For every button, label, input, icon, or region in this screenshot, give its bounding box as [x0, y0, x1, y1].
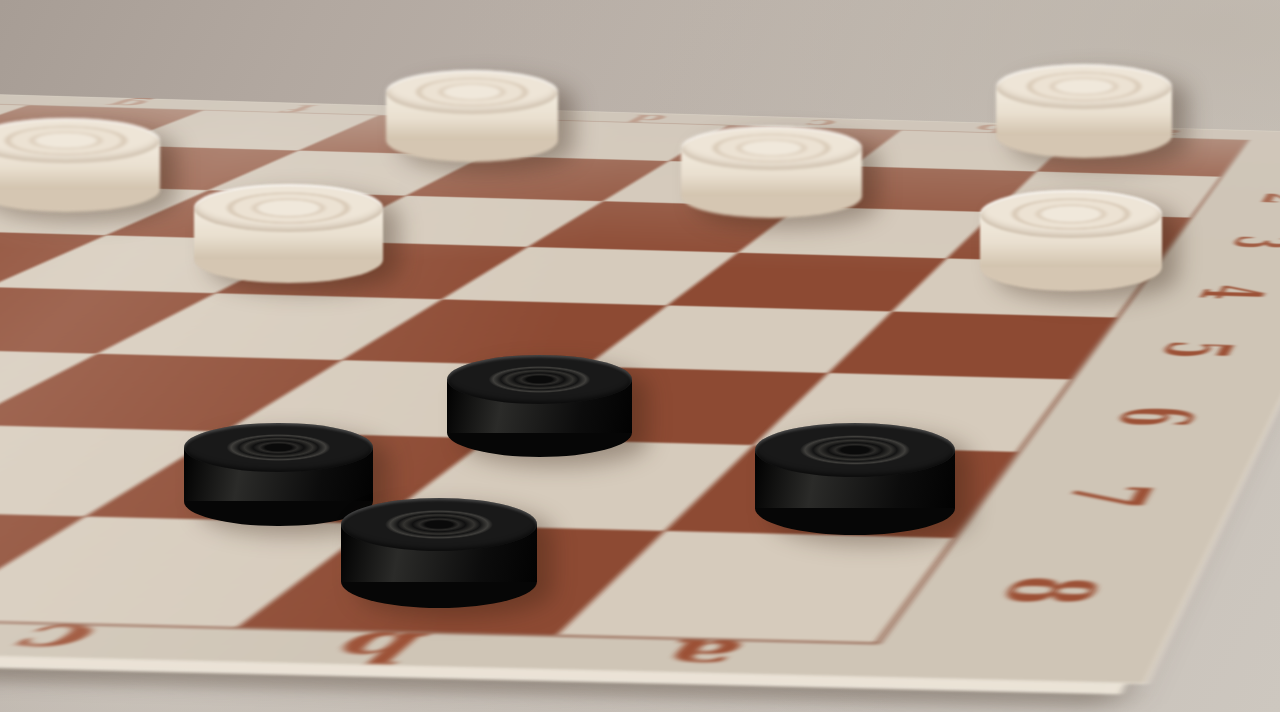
checker-white-top	[386, 70, 558, 114]
checker-white[interactable]: ⛀	[386, 70, 558, 162]
rank-label-7: 7	[1049, 483, 1167, 508]
checker-black[interactable]: ⛂	[755, 423, 955, 535]
rank-label-5: 5	[1148, 340, 1246, 359]
rank-label-3: 3	[1220, 235, 1280, 249]
file-label-a: a	[645, 634, 753, 676]
checker-white-top	[194, 184, 383, 232]
file-label-b: b	[313, 627, 439, 669]
checker-white-top	[980, 190, 1162, 238]
rank-label-6: 6	[1102, 406, 1209, 428]
checker-black-top	[184, 423, 373, 472]
checker-black-top	[755, 423, 955, 477]
checker-white-top	[681, 126, 862, 170]
checker-white[interactable]: ⛀	[681, 126, 862, 218]
rank-label-1: 1	[1276, 154, 1280, 166]
checker-black-top	[341, 498, 537, 551]
checker-black[interactable]: ⛂	[341, 498, 537, 608]
rank-label-4: 4	[1187, 284, 1277, 300]
file-label-far-g: g	[97, 98, 157, 108]
checker-white[interactable]: ⛀	[980, 190, 1162, 291]
checker-white-top	[996, 64, 1172, 109]
rank-label-8: 8	[984, 575, 1115, 605]
checker-black-top	[447, 355, 632, 404]
file-label-far-d: d	[622, 113, 673, 123]
rank-label-2: 2	[1250, 192, 1280, 205]
checkers-board-mat: 12345678hhggffeeddccbbaa	[0, 88, 1280, 684]
checker-white[interactable]: ⛀	[996, 64, 1172, 158]
file-label-far-f: f	[279, 103, 323, 113]
file-label-c: c	[0, 619, 114, 661]
checkers-photo-scene: 12345678hhggffeeddccbbaa ⛀⛀⛀⛀⛀⛀⛂⛂⛂⛂	[0, 0, 1280, 712]
checker-black[interactable]: ⛂	[447, 355, 632, 457]
checker-white[interactable]: ⛀	[194, 184, 383, 283]
checker-white[interactable]: ⛀	[0, 118, 160, 212]
